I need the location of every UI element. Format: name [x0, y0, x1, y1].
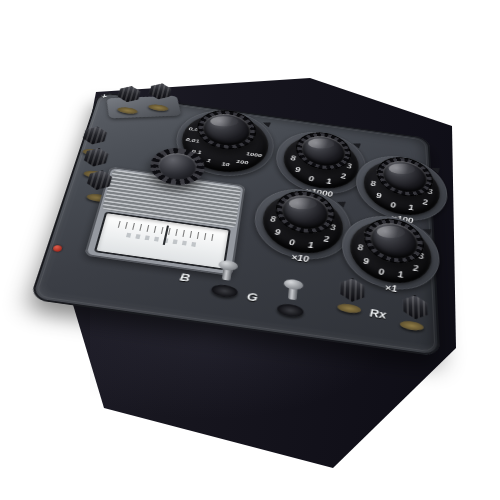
- corner-indicator-dot: [52, 245, 62, 252]
- rx-terminal-label: Rx: [370, 307, 387, 321]
- terminal-knob: [146, 82, 174, 101]
- battery-button-label: B: [179, 271, 191, 285]
- galvanometer-button-label: G: [246, 290, 258, 304]
- galvanometer-push-button[interactable]: [275, 291, 305, 322]
- battery-terminal-post[interactable]: [112, 97, 144, 118]
- terminal-knob: [115, 84, 143, 103]
- battery-push-button[interactable]: [209, 272, 241, 302]
- galvanometer-needle: [163, 225, 169, 245]
- decade-dial-x10[interactable]: 0123456789: [251, 183, 352, 265]
- terminal-knob: [401, 293, 430, 321]
- galvanometer-terminal-post[interactable]: [81, 181, 117, 206]
- dial-knob: [364, 215, 425, 267]
- battery-terminal-post[interactable]: [143, 94, 174, 115]
- galvanometer-window: [94, 211, 231, 270]
- instrument-photo: + 0.0010.010.11101001000 01234567: [0, 0, 500, 500]
- rx-terminal-post[interactable]: [333, 289, 366, 318]
- battery-positive-label: +: [100, 92, 108, 100]
- terminal-knob: [80, 125, 111, 146]
- rx-terminal-post[interactable]: [395, 306, 428, 336]
